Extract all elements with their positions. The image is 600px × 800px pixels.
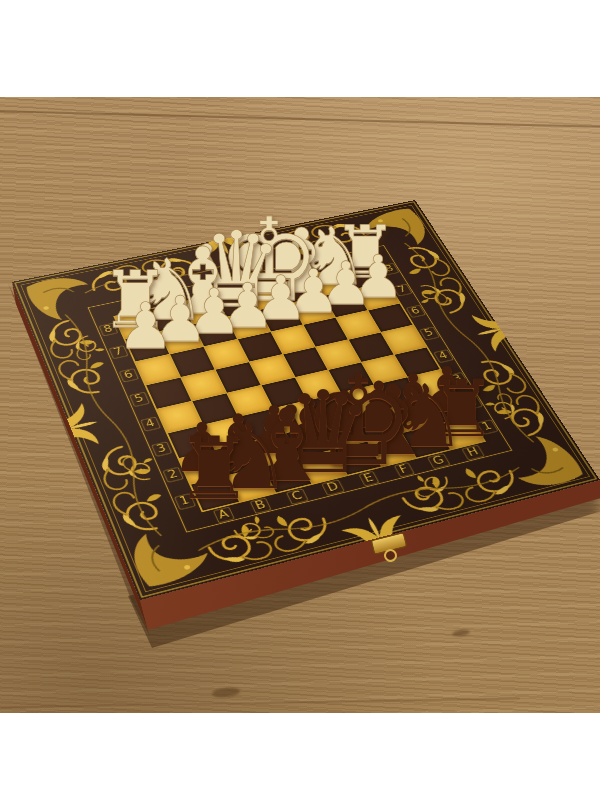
product-photo-chess-set: ABCDEFGH8877665544332211 ♜♞♝♚♟♛♟♝♟♞♟♜♟♟♟… (0, 0, 600, 800)
white-backdrop-bottom (0, 713, 600, 800)
white-backdrop-top (0, 0, 600, 97)
